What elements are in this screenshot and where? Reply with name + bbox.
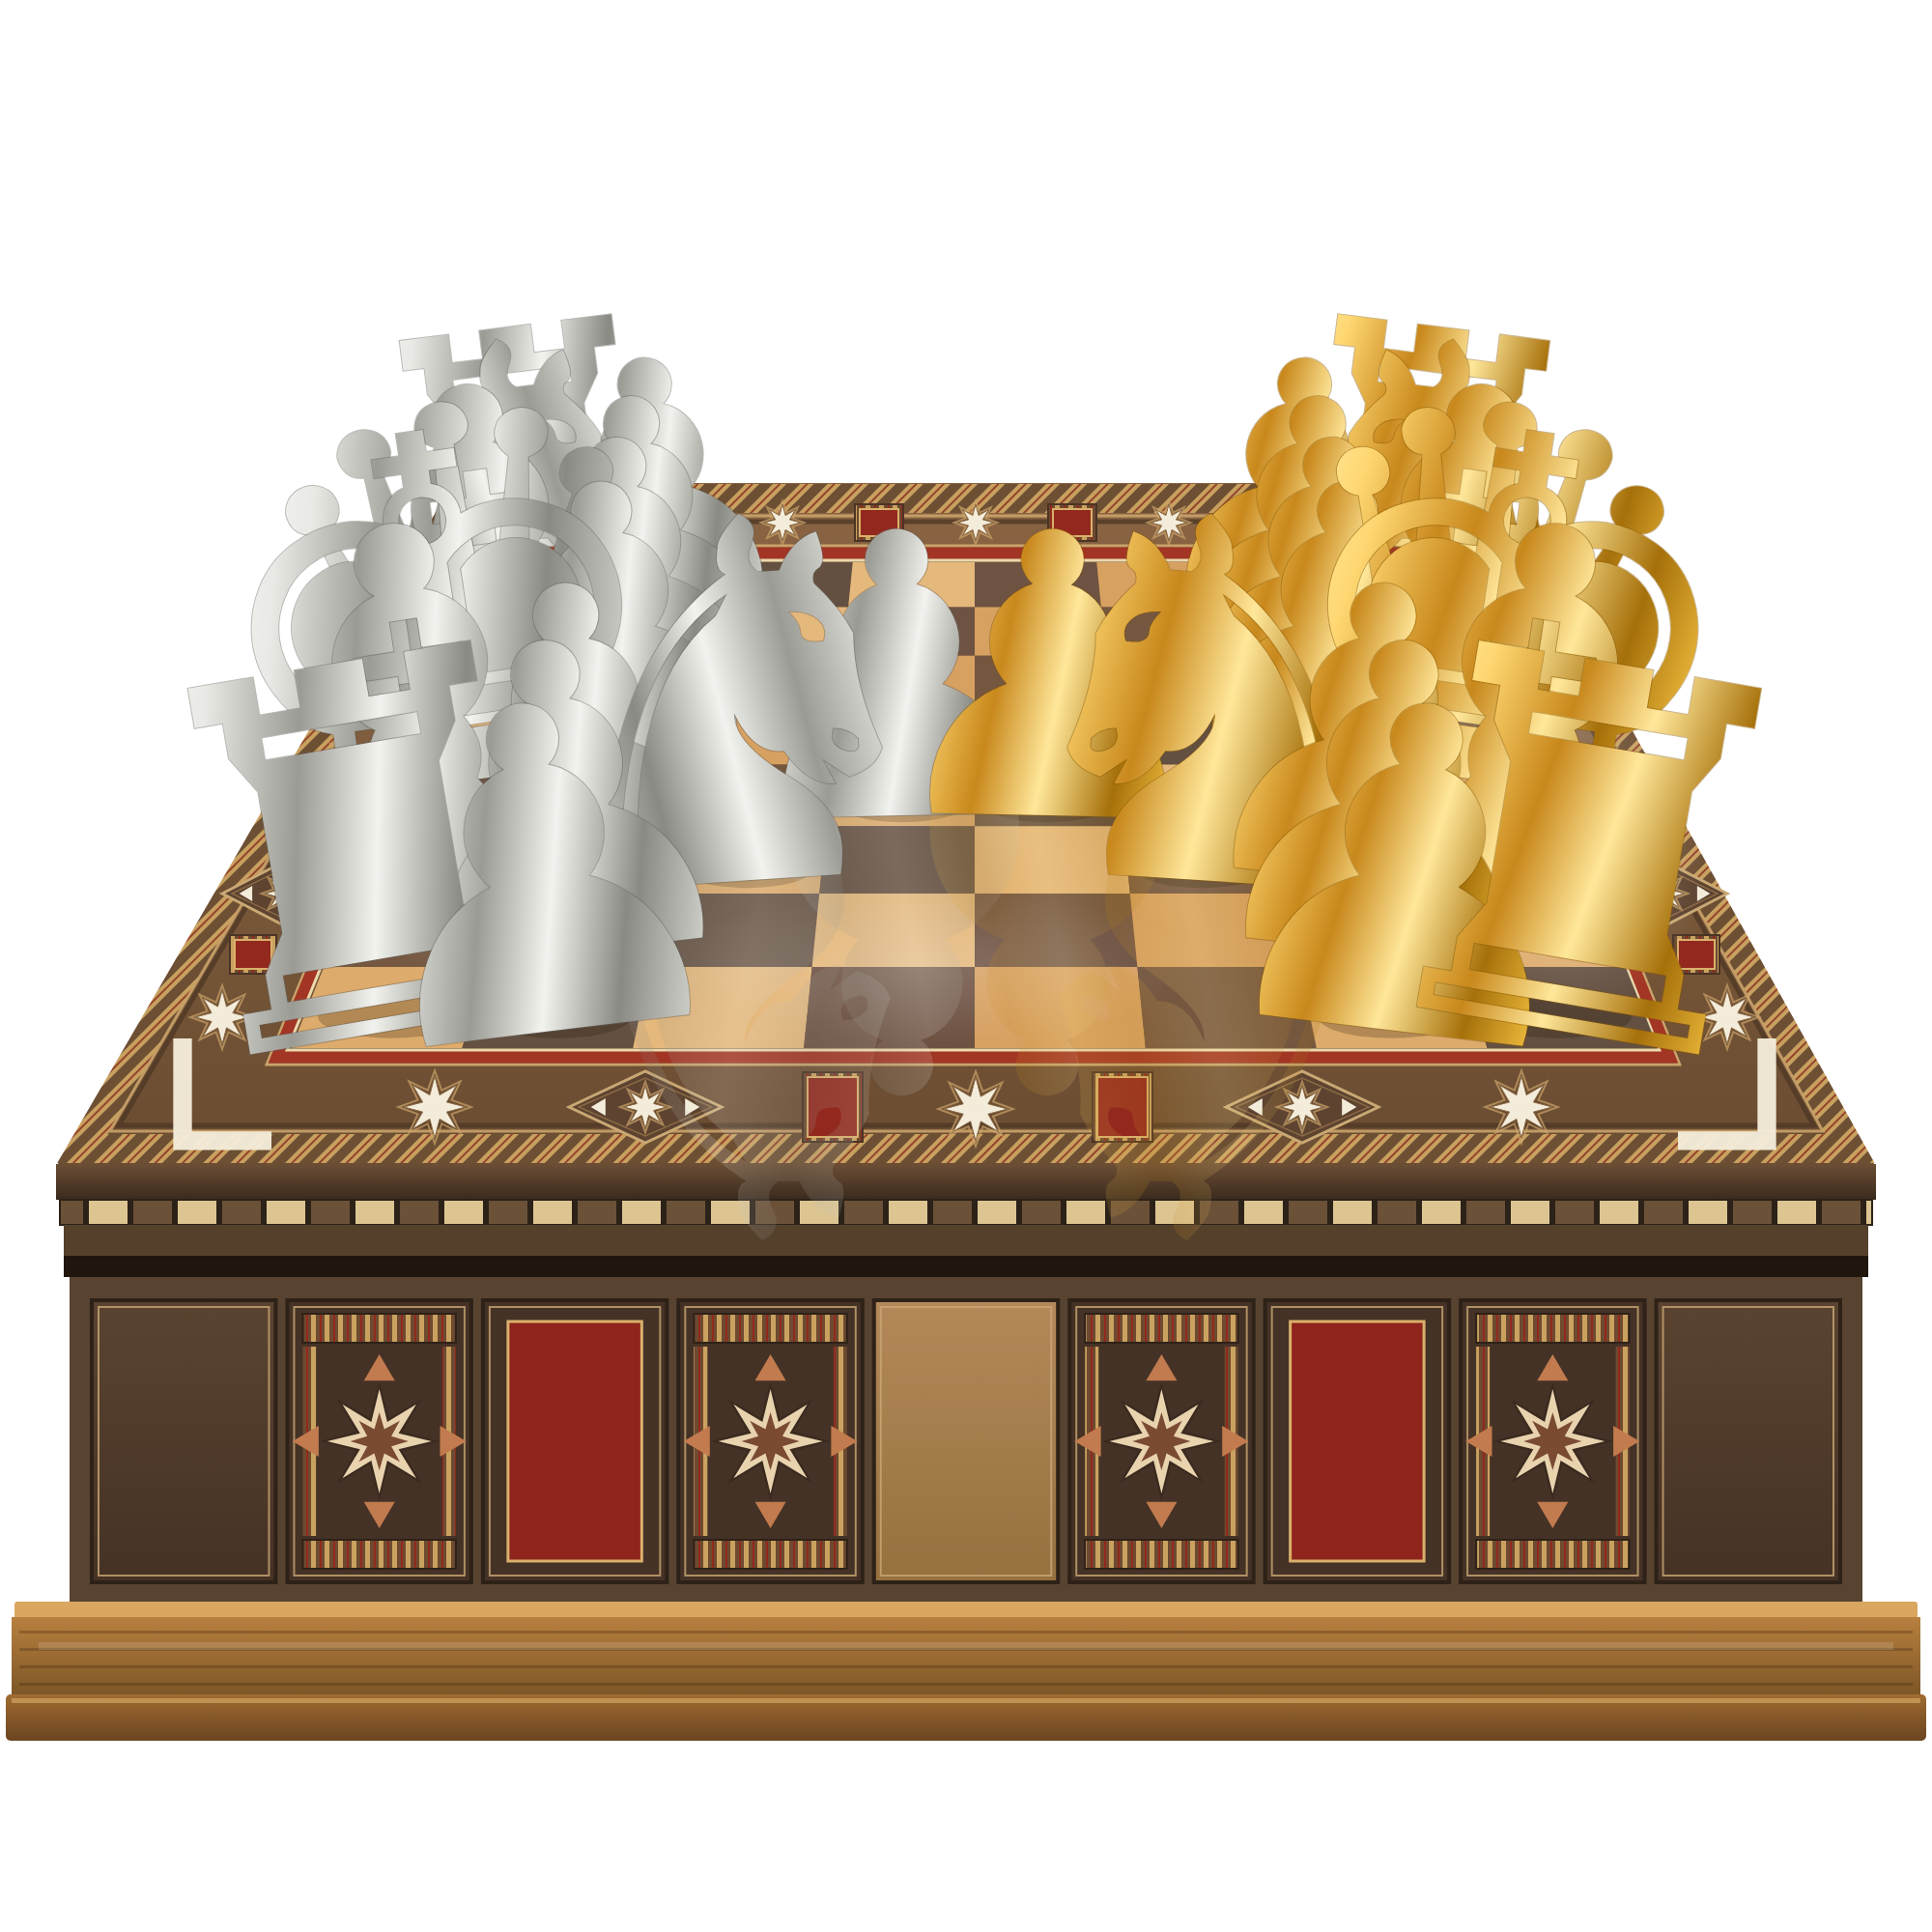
front-panel-walnut-dark [92, 1300, 275, 1582]
chess-board-svg: ♟♟♞♞♜♟♟♜♞♟♟♞♝♟♟♝♛♟♟♛♚♟♟♚♝♟♞♞♟♝♟♟♜♟♟♜ [0, 0, 1932, 1932]
front-panel-red-inlay [483, 1300, 667, 1582]
front-panel-walnut-light [874, 1300, 1058, 1582]
front-panel-red-inlay [1265, 1300, 1449, 1582]
front-panel-walnut-dark [1657, 1300, 1840, 1582]
front-panel-star-mosaic [1461, 1300, 1644, 1582]
front-panel-star-mosaic [1069, 1300, 1253, 1582]
chess-set-product-photo: ♟♟♞♞♜♟♟♜♞♟♟♞♝♟♟♝♛♟♟♛♚♟♟♚♝♟♞♞♟♝♟♟♜♟♟♜ [0, 0, 1932, 1932]
plinth-base [6, 1602, 1926, 1741]
front-panel-star-mosaic [287, 1300, 470, 1582]
front-panel-star-mosaic [678, 1300, 862, 1582]
piece-white-pawn-h2[interactable]: ♟ [307, 590, 771, 1159]
